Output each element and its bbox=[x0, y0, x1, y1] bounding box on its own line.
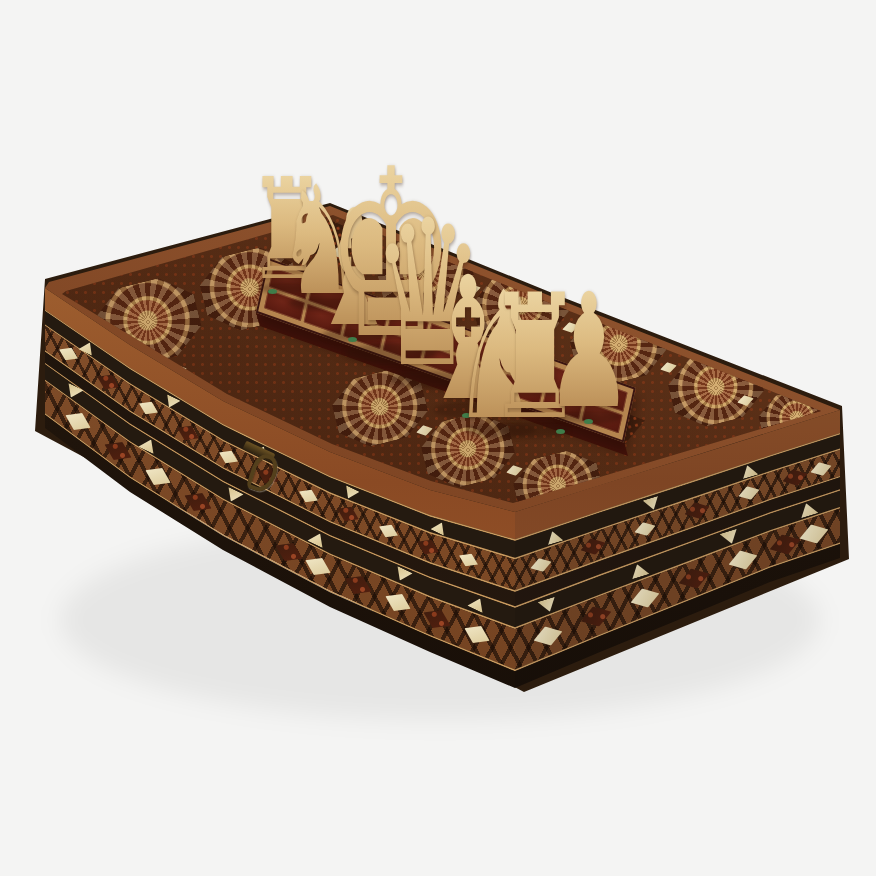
chess-pieces-row: ♜♞♝♚♛♝♞♜♟ bbox=[0, 0, 876, 876]
product-photo-stage: ♜♞♝♚♛♝♞♜♟ bbox=[0, 0, 876, 876]
chess-piece-pawn: ♟ bbox=[545, 272, 633, 430]
